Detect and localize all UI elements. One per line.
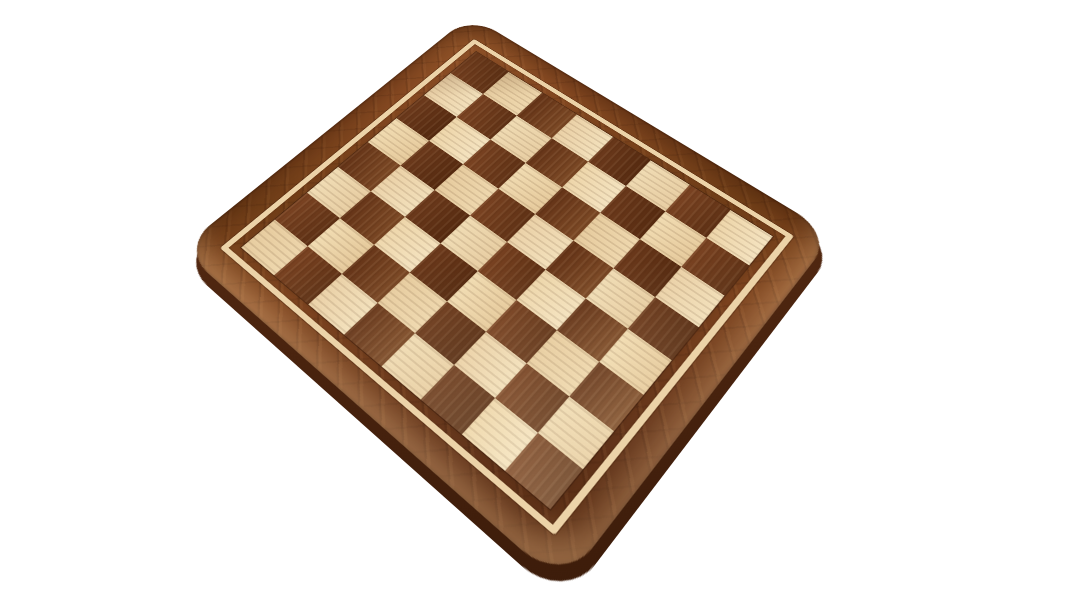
board-squares — [241, 52, 773, 510]
chess-board — [180, 16, 833, 587]
product-photo-stage — [0, 0, 1080, 608]
